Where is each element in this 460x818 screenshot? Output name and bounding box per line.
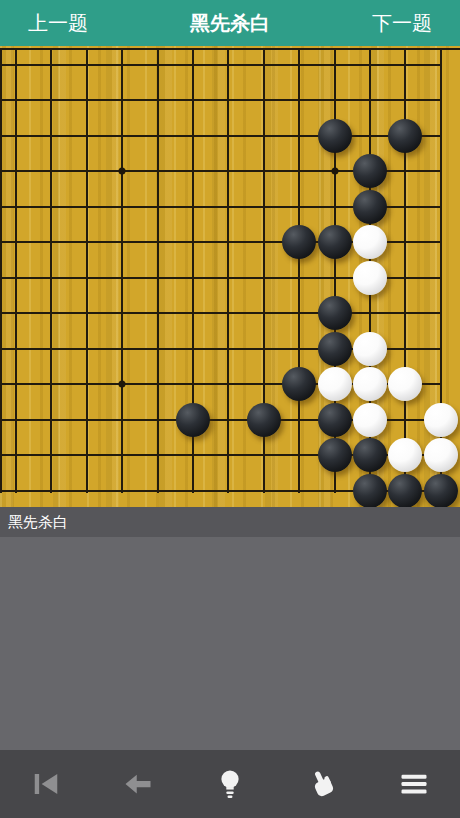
back-arrow-icon — [121, 769, 155, 799]
grid-line — [227, 48, 229, 493]
grid-line — [404, 48, 406, 493]
menu-button[interactable] — [368, 750, 460, 818]
black-stone — [388, 119, 422, 153]
hand-pointer-icon — [306, 768, 338, 800]
grid-line — [121, 48, 123, 493]
restart-button[interactable] — [0, 750, 92, 818]
white-stone — [424, 403, 458, 437]
grid-line — [50, 48, 52, 493]
black-stone — [318, 403, 352, 437]
black-stone — [282, 367, 316, 401]
nav-bar: 上一题 黑先杀白 下一题 — [0, 0, 460, 46]
black-stone — [353, 154, 387, 188]
black-stone — [318, 332, 352, 366]
grid-line — [157, 48, 159, 493]
grid-line — [0, 64, 442, 66]
skip-to-start-icon — [29, 769, 63, 799]
black-stone — [247, 403, 281, 437]
white-stone — [388, 438, 422, 472]
hint-button[interactable] — [184, 750, 276, 818]
black-stone — [353, 190, 387, 224]
black-stone — [318, 438, 352, 472]
star-point — [119, 168, 126, 175]
black-stone — [282, 225, 316, 259]
grid-line — [86, 48, 88, 493]
black-stone — [176, 403, 210, 437]
white-stone — [353, 261, 387, 295]
prev-problem-button[interactable]: 上一题 — [0, 0, 116, 46]
black-stone — [318, 296, 352, 330]
grid-line — [15, 48, 17, 493]
go-board[interactable] — [0, 46, 460, 507]
next-problem-button[interactable]: 下一题 — [344, 0, 460, 46]
white-stone — [353, 225, 387, 259]
grid-line — [0, 48, 2, 493]
play-move-button[interactable] — [276, 750, 368, 818]
white-stone — [353, 332, 387, 366]
white-stone — [388, 367, 422, 401]
grid-line — [0, 312, 442, 314]
white-stone — [353, 367, 387, 401]
hamburger-menu-icon — [398, 769, 430, 799]
star-point — [331, 168, 338, 175]
white-stone — [353, 403, 387, 437]
black-stone — [318, 225, 352, 259]
grid-line — [0, 48, 460, 50]
workspace-area — [0, 537, 460, 750]
grid-line — [0, 99, 442, 101]
white-stone — [424, 438, 458, 472]
black-stone — [424, 474, 458, 507]
black-stone — [353, 474, 387, 507]
black-stone — [388, 474, 422, 507]
bottom-toolbar — [0, 750, 460, 818]
problem-caption: 黑先杀白 — [0, 507, 460, 537]
star-point — [119, 381, 126, 388]
grid-line — [0, 135, 442, 137]
lightbulb-icon — [215, 768, 245, 800]
grid-line — [298, 48, 300, 493]
black-stone — [353, 438, 387, 472]
undo-button[interactable] — [92, 750, 184, 818]
white-stone — [318, 367, 352, 401]
black-stone — [318, 119, 352, 153]
